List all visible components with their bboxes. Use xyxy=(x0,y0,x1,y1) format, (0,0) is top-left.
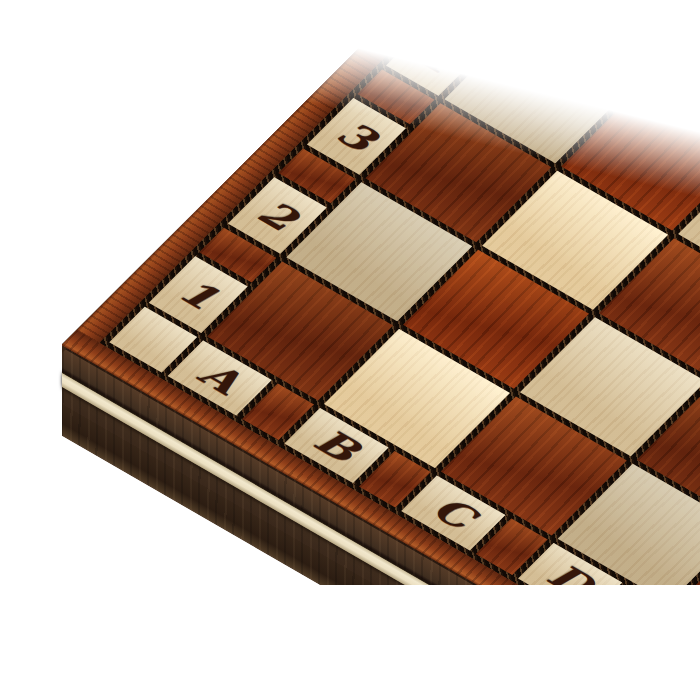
product-photo: 87654321ABCDEFGH xyxy=(0,0,700,700)
file-label-B: B xyxy=(307,423,365,468)
rank-label-2: 2 xyxy=(251,195,304,236)
file-label-A: A xyxy=(192,356,248,399)
photo-crop-bottom xyxy=(0,585,700,700)
rank-label-1: 1 xyxy=(172,274,225,315)
rank-label-3: 3 xyxy=(330,116,383,157)
file-label-C: C xyxy=(425,491,481,535)
